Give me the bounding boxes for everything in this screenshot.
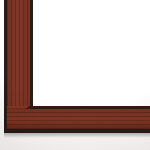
chessboard-photo <box>0 0 150 150</box>
board-frame-bottom <box>7 109 150 129</box>
board-frame-left <box>7 0 30 109</box>
board-squares <box>33 0 150 106</box>
board-seam-bottom <box>30 106 150 109</box>
board-cast-shadow <box>4 133 150 138</box>
